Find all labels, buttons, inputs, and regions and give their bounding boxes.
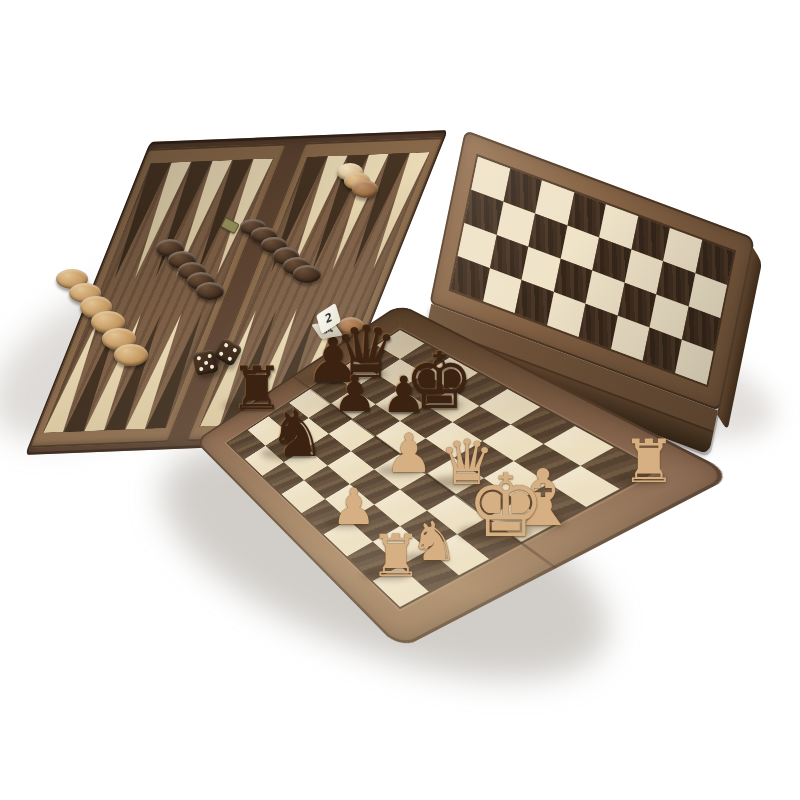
piece-black-knight-c3[interactable]: ♞ [249,402,345,466]
checker-dark[interactable] [196,282,224,300]
piece-white-rook-f1[interactable]: ♜ [353,527,440,585]
doubling-cube[interactable]: 64 2 [315,309,345,341]
checker-dark[interactable] [293,265,321,283]
die-pip [203,360,208,365]
checker-brown[interactable] [352,180,378,198]
piece-black-pawn-c6[interactable]: ♟ [367,370,442,420]
die-pip [223,342,228,347]
die-pip [196,355,201,360]
product-photo-scene: ♛♟♚♜♟♟♞♟♜♛♝♟♚♞♜ 64 2 [0,0,800,800]
piece-white-rook-h8[interactable]: ♜ [604,431,694,491]
checker-light[interactable] [114,344,148,366]
die-pip [218,351,223,356]
die-pip [198,366,203,371]
doubling-cube-top-value: 2 [324,310,333,327]
